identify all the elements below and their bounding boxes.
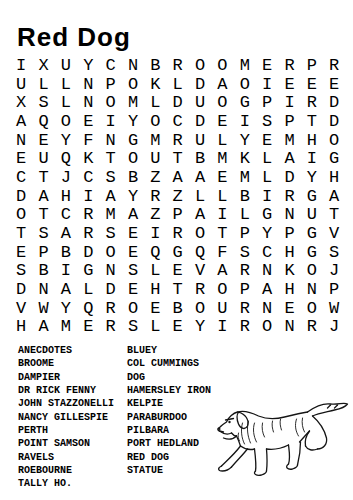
grid-cell: C [55,206,77,225]
word-list-item: STATUE [127,464,211,477]
word-list-item: ANECDOTES [18,344,114,357]
puzzle-title: Red Dog [17,24,131,50]
grid-cell: G [256,206,278,225]
grid-cell: L [211,131,233,150]
word-list-item: PARABURDOO [127,411,211,424]
grid-cell: A [55,224,77,243]
word-search-grid: IXUYCNBROOMERPRULLNPOKLDAOIEEEXSLNOMLDUO… [10,56,345,336]
grid-cell: E [167,318,189,337]
grid-cell: A [211,262,233,281]
grid-cell: E [10,243,32,262]
grid-cell: O [144,112,166,131]
grid-cell: I [256,75,278,94]
grid-cell: H [301,131,323,150]
grid-cell: G [122,131,144,150]
grid-cell: A [189,206,211,225]
grid-cell: S [234,243,256,262]
grid-cell: D [323,93,345,112]
grid-cell: E [77,112,99,131]
grid-cell: O [189,224,211,243]
grid-cell: D [167,93,189,112]
grid-cell: D [10,280,32,299]
grid-cell: Y [77,56,99,75]
grid-cell: B [122,168,144,187]
grid-cell: R [77,206,99,225]
grid-cell: N [278,206,300,225]
word-list-item: ROEBOURNE [18,464,114,477]
grid-cell: W [323,299,345,318]
grid-cell: I [10,56,32,75]
grid-cell: A [256,280,278,299]
grid-cell: E [10,149,32,168]
grid-cell: G [301,224,323,243]
grid-cell: T [10,224,32,243]
grid-cell: U [189,93,211,112]
grid-cell: S [122,318,144,337]
grid-cell: O [211,56,233,75]
grid-cell: C [10,168,32,187]
grid-cell: G [301,187,323,206]
grid-cell: A [10,112,32,131]
grid-cell: U [55,56,77,75]
grid-cell: R [234,318,256,337]
grid-cell: E [77,318,99,337]
grid-cell: S [10,262,32,281]
grid-cell: E [278,299,300,318]
grid-cell: E [167,262,189,281]
grid-cell: D [189,112,211,131]
grid-cell: S [122,262,144,281]
grid-cell: M [144,131,166,150]
grid-cell: D [10,187,32,206]
grid-cell: R [189,280,211,299]
grid-cell: P [323,280,345,299]
grid-cell: O [122,75,144,94]
grid-cell: N [77,93,99,112]
grid-cell: L [144,262,166,281]
word-list-item: RED DOG [127,451,211,464]
grid-cell: C [167,112,189,131]
grid-cell: O [301,262,323,281]
grid-cell: R [301,93,323,112]
grid-cell: E [122,243,144,262]
grid-cell: I [234,112,256,131]
grid-cell: P [32,243,54,262]
word-list-item: PILBARA [127,424,211,437]
grid-cell: T [211,224,233,243]
grid-cell: U [211,299,233,318]
grid-cell: R [278,187,300,206]
grid-cell: G [323,149,345,168]
grid-cell: O [189,299,211,318]
grid-cell: M [278,131,300,150]
grid-cell: T [32,168,54,187]
word-list-item: BLUEY [127,344,211,357]
grid-cell: U [301,206,323,225]
word-list-item: KELPIE [127,397,211,410]
grid-cell: N [256,299,278,318]
grid-cell: E [144,299,166,318]
word-list-right-column: BLUEYCOL CUMMINGSDOGHAMERSLEY IRONKELPIE… [127,344,211,477]
word-list-item: TALLY HO. [18,477,114,490]
grid-cell: R [167,131,189,150]
grid-cell: P [256,93,278,112]
grid-cell: F [77,131,99,150]
grid-cell: M [234,56,256,75]
word-list-item: PERTH [18,424,114,437]
grid-cell: K [234,149,256,168]
grid-cell: Z [144,206,166,225]
grid-cell: A [211,75,233,94]
grid-cell: Y [234,131,256,150]
grid-cell: E [256,131,278,150]
grid-cell: Y [55,131,77,150]
grid-cell: R [99,299,121,318]
grid-cell: A [99,187,121,206]
grid-cell: P [99,75,121,94]
word-list-item: DOG [127,371,211,384]
grid-cell: E [278,75,300,94]
word-list-item: DR RICK FENNY [18,384,114,397]
grid-cell: H [278,243,300,262]
grid-cell: V [189,262,211,281]
grid-cell: M [122,93,144,112]
grid-cell: L [55,75,77,94]
dog-icon [218,403,348,475]
word-list-item: POINT SAMSON [18,437,114,450]
grid-cell: T [167,280,189,299]
grid-cell: O [234,75,256,94]
grid-cell: Y [122,187,144,206]
worksheet-page: Red Dog IXUYCNBROOMERPRULLNPOKLDAOIEEEXS… [0,0,353,500]
grid-cell: H [278,280,300,299]
grid-cell: L [234,206,256,225]
grid-cell: L [189,187,211,206]
grid-cell: R [278,56,300,75]
grid-cell: O [189,56,211,75]
grid-cell: R [301,318,323,337]
grid-cell: G [77,262,99,281]
grid-cell: B [189,149,211,168]
grid-cell: U [10,75,32,94]
grid-cell: B [167,299,189,318]
grid-cell: O [10,206,32,225]
grid-cell: A [32,187,54,206]
grid-cell: Y [256,224,278,243]
grid-cell: D [77,243,99,262]
grid-cell: N [256,262,278,281]
grid-cell: L [167,75,189,94]
grid-cell: M [99,206,121,225]
grid-cell: O [323,131,345,150]
grid-cell: T [323,206,345,225]
grid-cell: S [323,243,345,262]
grid-cell: O [99,243,121,262]
grid-cell: A [122,206,144,225]
grid-cell: E [122,224,144,243]
grid-cell: E [122,280,144,299]
grid-cell: L [211,187,233,206]
grid-cell: N [10,131,32,150]
grid-cell: Q [32,112,54,131]
grid-cell: S [32,224,54,243]
grid-cell: H [323,168,345,187]
grid-cell: N [301,280,323,299]
grid-cell: N [99,131,121,150]
grid-cell: I [144,224,166,243]
grid-cell: Q [189,243,211,262]
grid-cell: O [55,112,77,131]
grid-cell: I [99,112,121,131]
grid-cell: O [256,318,278,337]
grid-cell: B [55,243,77,262]
grid-cell: R [234,299,256,318]
grid-cell: P [301,56,323,75]
grid-cell: O [301,299,323,318]
grid-cell: V [323,224,345,243]
grid-cell: P [278,224,300,243]
grid-cell: D [99,280,121,299]
grid-cell: N [122,56,144,75]
grid-cell: I [211,318,233,337]
grid-cell: D [189,75,211,94]
grid-cell: S [99,168,121,187]
grid-cell: Q [144,243,166,262]
grid-cell: R [167,56,189,75]
grid-cell: L [77,280,99,299]
grid-cell: P [278,112,300,131]
grid-cell: E [256,56,278,75]
grid-cell: Y [301,168,323,187]
grid-cell: C [77,168,99,187]
grid-cell: U [144,149,166,168]
grid-cell: M [234,168,256,187]
grid-cell: L [256,149,278,168]
grid-cell: U [32,149,54,168]
word-list-item: NANCY GILLESPIE [18,411,114,424]
grid-cell: N [77,75,99,94]
grid-cell: D [278,168,300,187]
grid-cell: Z [144,168,166,187]
word-list-left-column: ANECDOTESBROOMEDAMPIERDR RICK FENNYJOHN … [18,344,114,491]
grid-cell: O [99,93,121,112]
grid-cell: C [256,243,278,262]
grid-cell: E [211,112,233,131]
grid-cell: C [99,56,121,75]
word-list-item: COL CUMMINGS [127,357,211,370]
grid-cell: S [99,224,121,243]
grid-cell: I [77,187,99,206]
grid-cell: A [55,280,77,299]
grid-cell: K [77,149,99,168]
grid-cell: K [278,262,300,281]
word-list-item: PORT HEDLAND [127,437,211,450]
grid-cell: J [55,168,77,187]
grid-cell: B [234,187,256,206]
grid-cell: Y [189,318,211,337]
grid-cell: M [211,149,233,168]
grid-cell: S [256,112,278,131]
grid-cell: A [32,318,54,337]
grid-cell: Q [77,299,99,318]
grid-cell: G [167,243,189,262]
word-list-item: HAMERSLEY IRON [127,384,211,397]
grid-cell: K [144,75,166,94]
grid-cell: T [167,149,189,168]
grid-cell: T [301,112,323,131]
grid-cell: D [323,112,345,131]
grid-cell: Y [55,299,77,318]
grid-cell: N [99,262,121,281]
grid-cell: R [234,262,256,281]
grid-cell: O [122,149,144,168]
grid-cell: I [256,187,278,206]
grid-cell: Y [122,112,144,131]
grid-cell: L [256,168,278,187]
grid-cell: R [167,224,189,243]
grid-cell: R [99,318,121,337]
grid-cell: R [323,56,345,75]
grid-cell: J [323,318,345,337]
grid-cell: H [10,318,32,337]
grid-cell: T [32,206,54,225]
grid-cell: H [55,187,77,206]
grid-cell: E [211,168,233,187]
grid-cell: E [301,75,323,94]
grid-cell: X [32,56,54,75]
dog-clipart-illustration [214,397,353,497]
grid-cell: G [234,93,256,112]
grid-cell: E [32,131,54,150]
grid-cell: O [211,280,233,299]
grid-cell: X [10,93,32,112]
grid-cell: I [278,93,300,112]
word-list-item: RAVELS [18,451,114,464]
grid-cell: Z [167,187,189,206]
grid-cell: S [32,93,54,112]
word-list-item: DAMPIER [18,371,114,384]
grid-cell: T [99,149,121,168]
grid-cell: R [144,187,166,206]
grid-cell: G [301,243,323,262]
grid-cell: I [211,206,233,225]
grid-cell: O [211,93,233,112]
grid-cell: P [167,206,189,225]
grid-cell: L [144,93,166,112]
grid-cell: I [55,262,77,281]
grid-cell: I [301,149,323,168]
grid-cell: U [189,131,211,150]
grid-cell: N [278,318,300,337]
grid-cell: A [278,149,300,168]
grid-cell: P [234,280,256,299]
grid-cell: M [55,318,77,337]
grid-cell: A [323,187,345,206]
grid-cell: A [167,168,189,187]
grid-cell: F [211,243,233,262]
grid-cell: B [32,262,54,281]
word-list-item: BROOME [18,357,114,370]
grid-cell: L [32,75,54,94]
grid-cell: H [144,280,166,299]
grid-cell: Q [55,149,77,168]
grid-cell: R [77,224,99,243]
grid-cell: W [32,299,54,318]
grid-cell: L [144,318,166,337]
grid-cell: B [144,56,166,75]
grid-cell: N [32,280,54,299]
grid-cell: V [10,299,32,318]
grid-cell: P [234,224,256,243]
grid-cell: J [323,262,345,281]
grid-cell: O [122,299,144,318]
grid-cell: E [323,75,345,94]
grid-cell: A [189,168,211,187]
grid-cell: L [55,93,77,112]
word-list-item: JOHN STAZZONELLI [18,397,114,410]
